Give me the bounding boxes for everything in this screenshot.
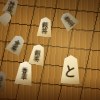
- tokin-lower-right-piece[interactable]: と: [59, 54, 81, 84]
- lance-upper-right-piece[interactable]: 香車: [56, 8, 80, 32]
- pieces-layer: 桂馬 銀将 香車 金将 銀将 香車 歩兵 と: [0, 0, 100, 100]
- piece-kanji: [0, 14, 9, 23]
- silver-upper-center-piece[interactable]: 銀将: [36, 16, 54, 38]
- pawn-left-edge-piece[interactable]: 歩兵: [0, 70, 9, 93]
- piece-kanji: と: [63, 64, 76, 77]
- gold-mid-left-piece[interactable]: 金将: [4, 32, 28, 57]
- piece-kanji: 金将: [10, 38, 21, 51]
- piece-kanji: 香車: [20, 68, 28, 81]
- piece-kanji: 銀将: [33, 49, 41, 62]
- piece-kanji: 銀将: [41, 22, 48, 35]
- piece-kanji: 桂馬: [6, 0, 16, 12]
- silver-mid-center-piece[interactable]: 銀将: [27, 42, 47, 66]
- knight-top-left-piece[interactable]: 桂馬: [1, 0, 21, 16]
- shogi-board-photo: 桂馬 銀将 香車 金将 銀将 香車 歩兵 と: [0, 0, 100, 100]
- piece-kanji: 香車: [63, 14, 75, 27]
- piece-kanji: 歩兵: [0, 75, 4, 88]
